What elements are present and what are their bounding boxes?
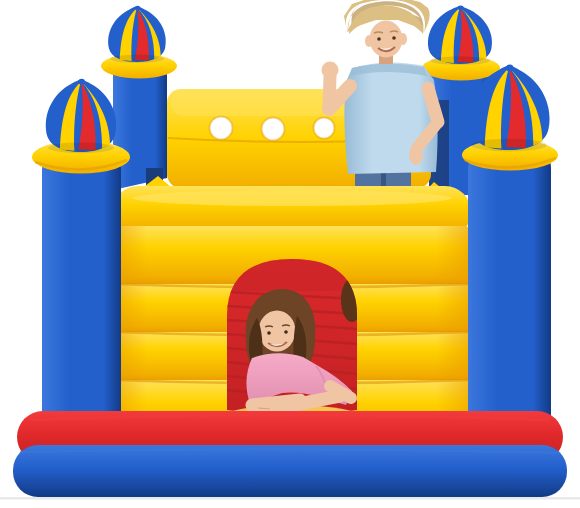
front-right-tower-column — [468, 154, 551, 445]
boy-left-hand — [409, 145, 423, 165]
porthole-2 — [262, 118, 285, 141]
boy-tshirt — [344, 62, 437, 174]
girl-right-eye — [284, 330, 288, 334]
boy-right-fist — [322, 62, 339, 79]
porthole-1 — [210, 117, 233, 140]
front-left-tower-column — [42, 156, 121, 442]
castle-scene-svg — [0, 0, 580, 508]
blue-base-tube — [13, 445, 567, 497]
girl-left-eye — [267, 331, 271, 335]
boy-right-eye — [392, 36, 396, 40]
boy-right-forearm — [329, 76, 330, 109]
front-wall-top-highlight — [132, 190, 452, 206]
base-blue-platform — [13, 445, 567, 497]
front-right-tower — [462, 65, 558, 445]
front-left-tower — [32, 79, 130, 442]
product-photo — [0, 0, 580, 508]
boy-left-eye — [377, 37, 381, 41]
porthole-3 — [314, 118, 335, 139]
ground-shadow-line — [0, 497, 580, 500]
